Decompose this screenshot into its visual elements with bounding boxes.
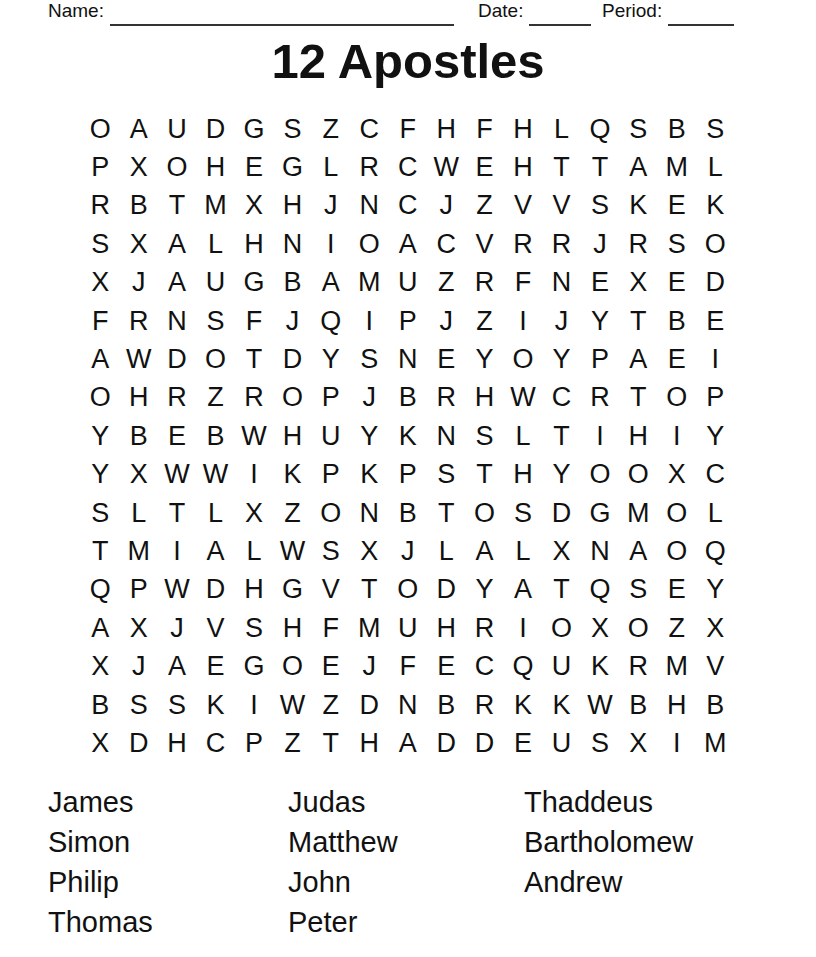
- grid-cell: S: [81, 225, 119, 263]
- grid-cell: J: [119, 264, 157, 302]
- grid-cell: J: [581, 225, 619, 263]
- grid-cell: O: [350, 225, 388, 263]
- word-item: Philip: [48, 862, 153, 902]
- grid-cell: Z: [196, 379, 234, 417]
- grid-cell: V: [465, 225, 503, 263]
- grid-cell: V: [504, 187, 542, 225]
- date-label: Date:: [478, 0, 523, 26]
- grid-cell: H: [504, 456, 542, 494]
- grid-cell: D: [427, 724, 465, 762]
- grid-cell: U: [389, 264, 427, 302]
- grid-cell: A: [389, 225, 427, 263]
- grid-cell: W: [158, 571, 196, 609]
- grid-cell: K: [350, 456, 388, 494]
- grid-cell: B: [427, 686, 465, 724]
- grid-cell: Q: [581, 571, 619, 609]
- grid-cell: M: [696, 724, 734, 762]
- grid-cell: J: [389, 532, 427, 570]
- grid-cell: D: [196, 110, 234, 148]
- grid-cell: M: [119, 532, 157, 570]
- grid-cell: S: [619, 110, 657, 148]
- grid-cell: O: [658, 379, 696, 417]
- grid-cell: R: [119, 302, 157, 340]
- grid-cell: Q: [312, 302, 350, 340]
- grid-cell: E: [658, 264, 696, 302]
- grid-cell: N: [427, 417, 465, 455]
- grid-cell: O: [81, 379, 119, 417]
- grid-cell: X: [350, 532, 388, 570]
- grid-cell: G: [273, 571, 311, 609]
- grid-cell: A: [504, 571, 542, 609]
- grid-cell: V: [696, 647, 734, 685]
- grid-cell: R: [350, 148, 388, 186]
- grid-cell: X: [542, 532, 580, 570]
- grid-cell: E: [196, 647, 234, 685]
- grid-cell: J: [158, 609, 196, 647]
- grid-cell: I: [504, 302, 542, 340]
- letter-grid: OAUDGSZCFHFHLQSBSPXOHEGLRCWEHTTAMLRBTMXH…: [81, 110, 734, 763]
- grid-cell: I: [658, 417, 696, 455]
- grid-cell: N: [350, 494, 388, 532]
- header: Name: Date: Period:: [0, 0, 816, 30]
- grid-cell: W: [581, 686, 619, 724]
- grid-cell: S: [81, 494, 119, 532]
- grid-cell: W: [273, 686, 311, 724]
- grid-cell: O: [158, 148, 196, 186]
- grid-cell: S: [235, 609, 273, 647]
- grid-cell: Z: [465, 187, 503, 225]
- grid-cell: R: [465, 686, 503, 724]
- grid-cell: P: [312, 456, 350, 494]
- grid-cell: W: [158, 456, 196, 494]
- grid-cell: G: [235, 647, 273, 685]
- grid-cell: H: [273, 609, 311, 647]
- word-item: Bartholomew: [524, 822, 693, 862]
- word-item: John: [288, 862, 398, 902]
- grid-cell: L: [196, 225, 234, 263]
- grid-cell: X: [658, 456, 696, 494]
- grid-cell: O: [312, 494, 350, 532]
- grid-cell: Y: [581, 302, 619, 340]
- grid-cell: T: [619, 379, 657, 417]
- grid-cell: Y: [696, 571, 734, 609]
- grid-cell: M: [196, 187, 234, 225]
- grid-cell: J: [542, 302, 580, 340]
- word-item: James: [48, 782, 153, 822]
- grid-cell: O: [581, 456, 619, 494]
- grid-cell: E: [658, 340, 696, 378]
- grid-cell: A: [619, 532, 657, 570]
- worksheet-page: Name: Date: Period: 12 Apostles OAUDGSZC…: [0, 0, 816, 957]
- word-list-column-3: ThaddeusBartholomewAndrew: [524, 782, 693, 902]
- grid-cell: O: [273, 379, 311, 417]
- grid-cell: M: [658, 148, 696, 186]
- grid-cell: D: [465, 724, 503, 762]
- grid-cell: B: [196, 417, 234, 455]
- word-list: JamesSimonPhilipThomas JudasMatthewJohnP…: [0, 782, 816, 952]
- grid-cell: D: [696, 264, 734, 302]
- grid-cell: I: [235, 686, 273, 724]
- word-item: Thaddeus: [524, 782, 693, 822]
- grid-cell: T: [619, 302, 657, 340]
- grid-cell: Z: [658, 609, 696, 647]
- grid-cell: J: [273, 302, 311, 340]
- grid-cell: A: [389, 724, 427, 762]
- grid-cell: Y: [350, 417, 388, 455]
- grid-cell: E: [235, 148, 273, 186]
- grid-cell: C: [427, 225, 465, 263]
- grid-cell: O: [504, 340, 542, 378]
- grid-cell: T: [350, 571, 388, 609]
- grid-cell: Q: [581, 110, 619, 148]
- grid-cell: H: [235, 571, 273, 609]
- grid-cell: H: [119, 379, 157, 417]
- grid-cell: K: [619, 187, 657, 225]
- grid-cell: H: [427, 609, 465, 647]
- grid-cell: E: [427, 340, 465, 378]
- word-item: Thomas: [48, 902, 153, 942]
- name-blank-line: [110, 2, 454, 26]
- grid-cell: R: [81, 187, 119, 225]
- grid-cell: W: [235, 417, 273, 455]
- grid-cell: O: [619, 609, 657, 647]
- grid-cell: T: [158, 494, 196, 532]
- grid-cell: T: [427, 494, 465, 532]
- grid-cell: D: [158, 340, 196, 378]
- grid-cell: I: [158, 532, 196, 570]
- grid-cell: H: [273, 187, 311, 225]
- grid-cell: S: [158, 686, 196, 724]
- grid-cell: O: [658, 532, 696, 570]
- grid-cell: Z: [312, 686, 350, 724]
- grid-cell: A: [619, 340, 657, 378]
- grid-cell: H: [619, 417, 657, 455]
- grid-cell: P: [389, 302, 427, 340]
- grid-cell: Y: [542, 340, 580, 378]
- word-list-column-1: JamesSimonPhilipThomas: [48, 782, 153, 942]
- date-blank-line: [529, 2, 591, 26]
- grid-cell: F: [389, 647, 427, 685]
- grid-cell: C: [696, 456, 734, 494]
- grid-cell: A: [81, 609, 119, 647]
- grid-cell: S: [312, 532, 350, 570]
- grid-cell: C: [389, 148, 427, 186]
- word-list-column-2: JudasMatthewJohnPeter: [288, 782, 398, 942]
- grid-cell: O: [196, 340, 234, 378]
- grid-cell: H: [427, 110, 465, 148]
- grid-cell: K: [581, 647, 619, 685]
- grid-cell: N: [542, 264, 580, 302]
- grid-cell: K: [273, 456, 311, 494]
- grid-cell: E: [504, 724, 542, 762]
- grid-cell: S: [581, 187, 619, 225]
- grid-cell: R: [619, 225, 657, 263]
- word-item: Matthew: [288, 822, 398, 862]
- grid-cell: Z: [465, 302, 503, 340]
- grid-cell: B: [619, 686, 657, 724]
- grid-cell: Z: [273, 494, 311, 532]
- grid-cell: L: [312, 148, 350, 186]
- grid-cell: F: [504, 264, 542, 302]
- grid-cell: S: [465, 417, 503, 455]
- grid-cell: D: [119, 724, 157, 762]
- grid-cell: S: [196, 302, 234, 340]
- grid-cell: Y: [465, 571, 503, 609]
- grid-cell: O: [658, 494, 696, 532]
- grid-cell: X: [619, 264, 657, 302]
- grid-cell: C: [465, 647, 503, 685]
- grid-cell: P: [389, 456, 427, 494]
- grid-cell: M: [350, 264, 388, 302]
- grid-cell: X: [81, 264, 119, 302]
- grid-cell: B: [389, 494, 427, 532]
- grid-cell: E: [427, 647, 465, 685]
- grid-cell: L: [696, 148, 734, 186]
- grid-cell: T: [158, 187, 196, 225]
- grid-cell: H: [504, 110, 542, 148]
- grid-cell: R: [427, 379, 465, 417]
- grid-cell: X: [119, 225, 157, 263]
- grid-cell: Y: [312, 340, 350, 378]
- grid-cell: A: [465, 532, 503, 570]
- grid-cell: R: [542, 225, 580, 263]
- grid-cell: T: [465, 456, 503, 494]
- grid-cell: R: [465, 609, 503, 647]
- grid-cell: P: [312, 379, 350, 417]
- grid-cell: P: [581, 340, 619, 378]
- grid-cell: I: [312, 225, 350, 263]
- grid-cell: X: [581, 609, 619, 647]
- grid-cell: G: [235, 264, 273, 302]
- grid-cell: B: [273, 264, 311, 302]
- grid-cell: W: [427, 148, 465, 186]
- grid-cell: C: [389, 187, 427, 225]
- grid-cell: R: [619, 647, 657, 685]
- grid-cell: H: [350, 724, 388, 762]
- grid-cell: X: [81, 647, 119, 685]
- grid-cell: E: [658, 187, 696, 225]
- grid-cell: E: [312, 647, 350, 685]
- grid-cell: T: [235, 340, 273, 378]
- grid-cell: O: [619, 456, 657, 494]
- grid-cell: J: [119, 647, 157, 685]
- grid-cell: B: [658, 302, 696, 340]
- grid-cell: M: [350, 609, 388, 647]
- grid-cell: O: [542, 609, 580, 647]
- grid-cell: L: [504, 417, 542, 455]
- grid-cell: R: [158, 379, 196, 417]
- grid-cell: O: [465, 494, 503, 532]
- grid-cell: U: [158, 110, 196, 148]
- grid-cell: Y: [465, 340, 503, 378]
- grid-cell: K: [196, 686, 234, 724]
- grid-cell: X: [81, 724, 119, 762]
- grid-cell: O: [696, 225, 734, 263]
- grid-cell: P: [119, 571, 157, 609]
- grid-cell: C: [542, 379, 580, 417]
- grid-cell: W: [196, 456, 234, 494]
- grid-cell: Y: [81, 417, 119, 455]
- grid-cell: A: [196, 532, 234, 570]
- grid-cell: U: [542, 724, 580, 762]
- grid-cell: N: [350, 187, 388, 225]
- grid-cell: I: [696, 340, 734, 378]
- grid-cell: L: [119, 494, 157, 532]
- grid-cell: A: [158, 647, 196, 685]
- grid-cell: T: [542, 571, 580, 609]
- grid-cell: F: [312, 609, 350, 647]
- grid-cell: A: [619, 148, 657, 186]
- grid-cell: R: [504, 225, 542, 263]
- grid-cell: X: [119, 609, 157, 647]
- grid-cell: B: [81, 686, 119, 724]
- grid-cell: T: [542, 148, 580, 186]
- grid-cell: X: [119, 456, 157, 494]
- grid-cell: B: [119, 417, 157, 455]
- grid-cell: K: [389, 417, 427, 455]
- grid-cell: V: [196, 609, 234, 647]
- period-field: Period:: [602, 0, 734, 26]
- word-item: Judas: [288, 782, 398, 822]
- grid-cell: L: [427, 532, 465, 570]
- grid-cell: E: [581, 264, 619, 302]
- grid-cell: J: [312, 187, 350, 225]
- grid-cell: Q: [696, 532, 734, 570]
- grid-cell: A: [119, 110, 157, 148]
- grid-cell: M: [619, 494, 657, 532]
- grid-cell: T: [581, 148, 619, 186]
- grid-cell: J: [427, 187, 465, 225]
- grid-cell: B: [119, 187, 157, 225]
- grid-cell: H: [273, 417, 311, 455]
- grid-cell: P: [235, 724, 273, 762]
- grid-cell: S: [119, 686, 157, 724]
- grid-cell: X: [119, 148, 157, 186]
- grid-cell: S: [619, 571, 657, 609]
- grid-cell: L: [196, 494, 234, 532]
- grid-cell: T: [542, 417, 580, 455]
- grid-cell: K: [542, 686, 580, 724]
- word-item: Simon: [48, 822, 153, 862]
- grid-cell: D: [542, 494, 580, 532]
- grid-cell: V: [542, 187, 580, 225]
- grid-cell: H: [465, 379, 503, 417]
- grid-cell: F: [81, 302, 119, 340]
- grid-cell: O: [389, 571, 427, 609]
- grid-cell: O: [273, 647, 311, 685]
- grid-cell: H: [158, 724, 196, 762]
- grid-cell: F: [389, 110, 427, 148]
- grid-cell: G: [235, 110, 273, 148]
- grid-cell: I: [504, 609, 542, 647]
- grid-cell: X: [696, 609, 734, 647]
- grid-cell: Y: [696, 417, 734, 455]
- grid-cell: L: [235, 532, 273, 570]
- grid-cell: S: [581, 724, 619, 762]
- grid-cell: U: [312, 417, 350, 455]
- grid-cell: P: [696, 379, 734, 417]
- grid-cell: D: [350, 686, 388, 724]
- grid-cell: L: [696, 494, 734, 532]
- grid-cell: S: [504, 494, 542, 532]
- grid-cell: F: [235, 302, 273, 340]
- grid-cell: R: [465, 264, 503, 302]
- grid-cell: E: [658, 571, 696, 609]
- grid-cell: E: [158, 417, 196, 455]
- grid-cell: N: [158, 302, 196, 340]
- grid-cell: Y: [81, 456, 119, 494]
- grid-cell: W: [119, 340, 157, 378]
- grid-cell: A: [312, 264, 350, 302]
- grid-cell: B: [389, 379, 427, 417]
- grid-cell: T: [312, 724, 350, 762]
- period-blank-line: [668, 2, 734, 26]
- grid-cell: K: [504, 686, 542, 724]
- grid-cell: I: [581, 417, 619, 455]
- grid-cell: X: [235, 187, 273, 225]
- grid-cell: S: [273, 110, 311, 148]
- grid-cell: U: [389, 609, 427, 647]
- grid-cell: S: [658, 225, 696, 263]
- grid-cell: N: [389, 340, 427, 378]
- name-field: Name:: [48, 0, 454, 26]
- grid-cell: A: [158, 225, 196, 263]
- grid-cell: V: [312, 571, 350, 609]
- grid-cell: B: [696, 686, 734, 724]
- grid-cell: N: [273, 225, 311, 263]
- grid-cell: G: [581, 494, 619, 532]
- grid-cell: E: [465, 148, 503, 186]
- word-item: Andrew: [524, 862, 693, 902]
- grid-cell: P: [81, 148, 119, 186]
- period-label: Period:: [602, 0, 662, 26]
- grid-cell: T: [81, 532, 119, 570]
- grid-cell: M: [658, 647, 696, 685]
- grid-cell: W: [273, 532, 311, 570]
- grid-cell: R: [235, 379, 273, 417]
- grid-cell: H: [235, 225, 273, 263]
- grid-cell: H: [504, 148, 542, 186]
- grid-cell: H: [196, 148, 234, 186]
- word-item: Peter: [288, 902, 398, 942]
- grid-cell: S: [696, 110, 734, 148]
- grid-cell: Q: [504, 647, 542, 685]
- grid-cell: A: [81, 340, 119, 378]
- grid-cell: J: [427, 302, 465, 340]
- grid-cell: Z: [427, 264, 465, 302]
- grid-cell: Y: [542, 456, 580, 494]
- grid-cell: A: [158, 264, 196, 302]
- grid-cell: E: [696, 302, 734, 340]
- grid-cell: I: [350, 302, 388, 340]
- grid-cell: G: [273, 148, 311, 186]
- grid-cell: Q: [81, 571, 119, 609]
- grid-cell: X: [619, 724, 657, 762]
- grid-cell: U: [542, 647, 580, 685]
- grid-cell: X: [235, 494, 273, 532]
- grid-cell: I: [658, 724, 696, 762]
- date-field: Date:: [478, 0, 591, 26]
- grid-cell: J: [350, 379, 388, 417]
- grid-cell: I: [235, 456, 273, 494]
- grid-cell: R: [581, 379, 619, 417]
- grid-cell: D: [196, 571, 234, 609]
- grid-cell: B: [658, 110, 696, 148]
- grid-cell: U: [196, 264, 234, 302]
- grid-cell: N: [389, 686, 427, 724]
- page-title: 12 Apostles: [0, 33, 816, 89]
- grid-cell: D: [427, 571, 465, 609]
